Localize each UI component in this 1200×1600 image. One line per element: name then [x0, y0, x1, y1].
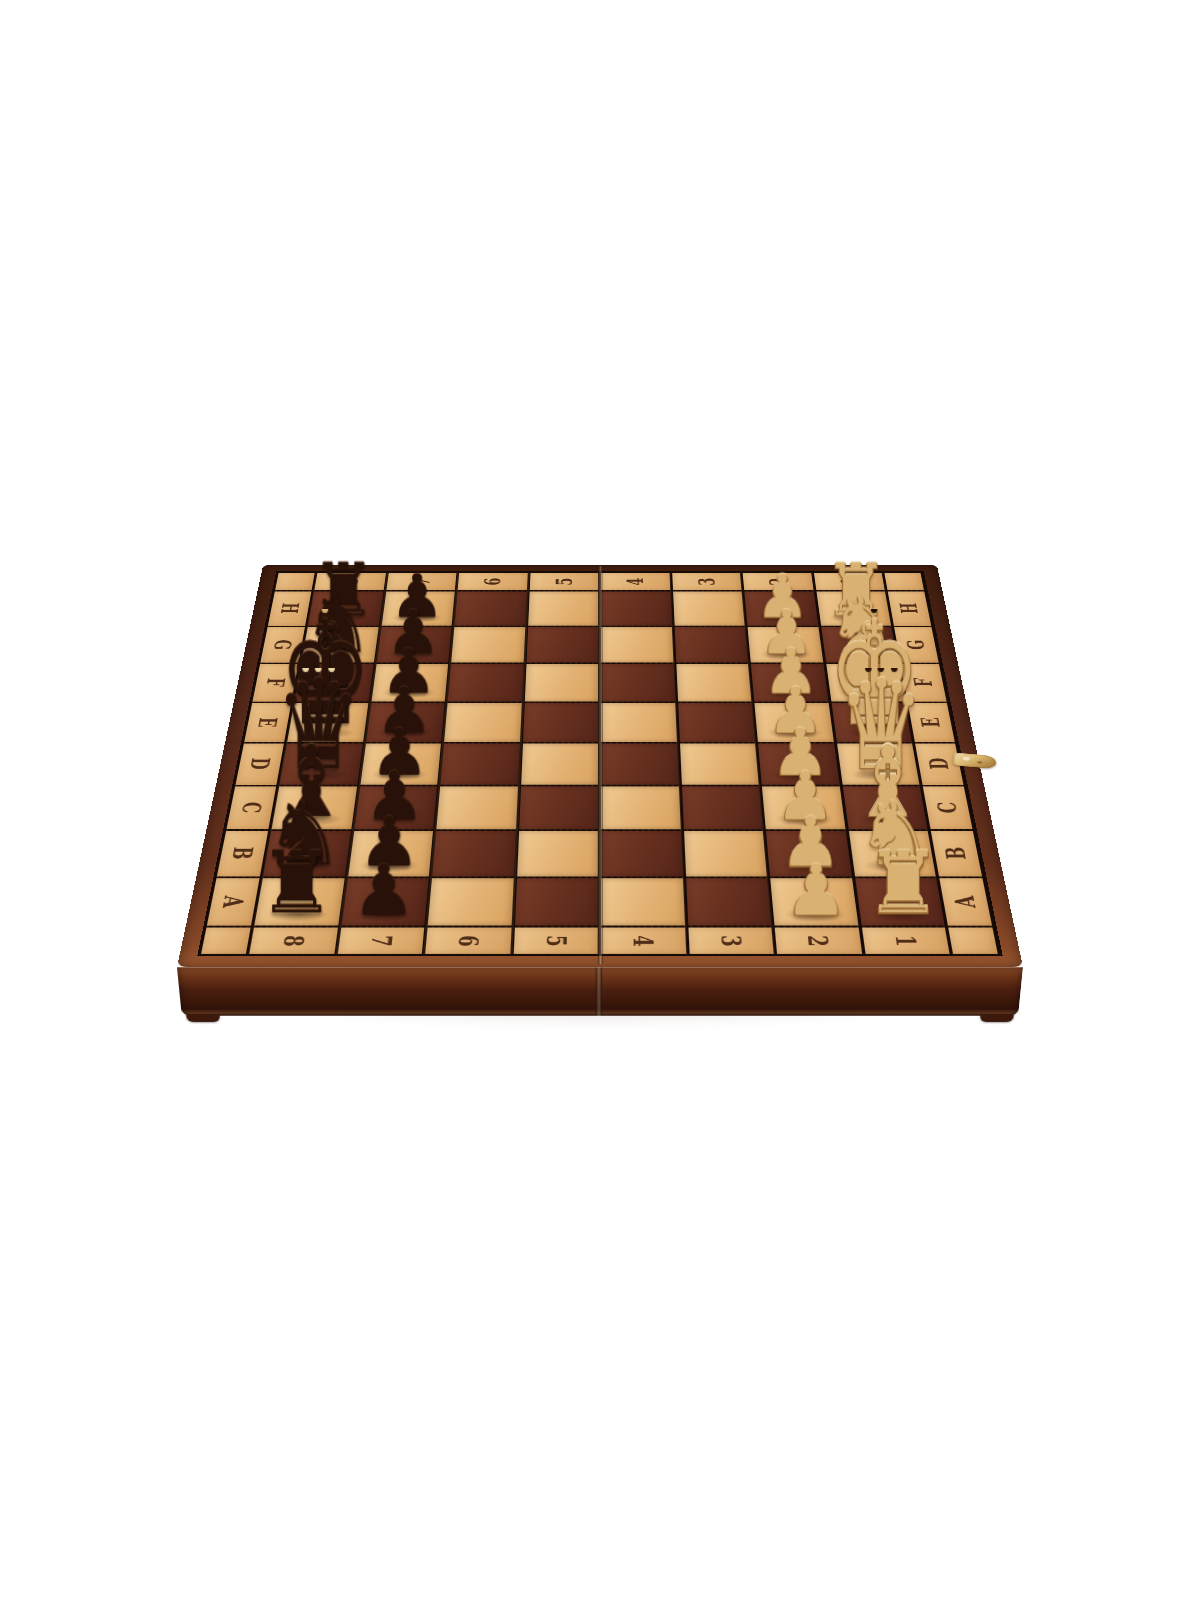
- square-f5[interactable]: [524, 664, 598, 701]
- square-b8[interactable]: ♞: [263, 831, 350, 876]
- piece-base-shadow: [275, 859, 335, 873]
- coordinate-label: H: [275, 603, 304, 614]
- rank-label-near-4: 4: [601, 928, 686, 954]
- square-d7[interactable]: ♟: [360, 744, 441, 785]
- piece-base-shadow: [784, 907, 845, 921]
- piece-base-shadow: [851, 769, 908, 781]
- coordinate-label: 3: [714, 935, 747, 946]
- square-c5[interactable]: [519, 786, 598, 829]
- file-label-right-H: H: [888, 591, 931, 625]
- chess-set-photo: 87654321H♜♟♟♜HG♞♟♟♞GF♝♟♟♝FE♚♟♟♚ED♛♟♟♛DC♝…: [0, 0, 1200, 1600]
- coordinate-label: A: [948, 895, 982, 907]
- rank-label-near-2: 2: [775, 928, 862, 954]
- piece-base-shadow: [771, 769, 828, 781]
- square-g8[interactable]: ♞: [301, 627, 378, 663]
- square-h4[interactable]: [601, 591, 671, 625]
- coordinate-label: H: [895, 603, 924, 614]
- file-label-left-B: B: [217, 831, 268, 876]
- piece-base-shadow: [382, 687, 436, 698]
- square-c1[interactable]: ♝: [842, 786, 927, 829]
- piece-base-shadow: [845, 727, 901, 739]
- square-a2[interactable]: ♟: [770, 878, 858, 926]
- piece-base-shadow: [763, 687, 817, 698]
- square-g1[interactable]: ♞: [821, 627, 898, 663]
- square-c8[interactable]: ♝: [272, 786, 357, 829]
- square-f6[interactable]: [448, 664, 523, 701]
- piece-base-shadow: [759, 649, 812, 660]
- coordinate-label: A: [217, 895, 251, 907]
- piece-base-shadow: [291, 769, 348, 781]
- square-a3[interactable]: [686, 878, 772, 926]
- square-d3[interactable]: [680, 744, 759, 785]
- file-label-right-B: B: [931, 831, 982, 876]
- board-foot-right: [980, 1014, 1014, 1022]
- pawn-glyph: ♟: [364, 766, 424, 828]
- rank-label-near-5: 5: [513, 928, 598, 954]
- rank-label-near-7: 7: [337, 928, 424, 954]
- file-label-right-F: F: [901, 664, 947, 701]
- coordinate-label: 7: [364, 935, 398, 946]
- coordinate-label: E: [253, 717, 284, 727]
- square-c7[interactable]: ♟: [354, 786, 437, 829]
- pawn-glyph: ♟: [775, 766, 835, 828]
- piece-base-shadow: [863, 859, 923, 873]
- square-e7[interactable]: ♟: [366, 703, 445, 742]
- rank-label-far-4: 4: [601, 573, 670, 590]
- corner-cell-far-left: [275, 573, 315, 590]
- square-d5[interactable]: [521, 744, 598, 785]
- piece-base-shadow: [839, 687, 894, 698]
- coordinate-label: C: [931, 802, 963, 813]
- square-e3[interactable]: [678, 703, 755, 742]
- file-label-left-A: A: [207, 878, 260, 926]
- square-h5[interactable]: [528, 591, 598, 625]
- square-e1[interactable]: ♚: [831, 703, 912, 742]
- square-d4[interactable]: [601, 744, 678, 785]
- square-a8[interactable]: ♜: [254, 878, 344, 926]
- coordinate-label: 7: [408, 578, 435, 586]
- square-h8[interactable]: ♜: [308, 591, 383, 625]
- coordinate-label: 8: [336, 578, 364, 586]
- piece-base-shadow: [371, 769, 428, 781]
- chess-scene: 87654321H♜♟♟♜HG♞♟♟♞GF♝♟♟♝FE♚♟♟♚ED♛♟♟♛DC♝…: [0, 0, 1200, 1600]
- square-g6[interactable]: [451, 627, 525, 663]
- rank-label-near-6: 6: [425, 928, 511, 954]
- square-f4[interactable]: [601, 664, 675, 701]
- square-e4[interactable]: [601, 703, 676, 742]
- file-label-left-E: E: [244, 703, 291, 742]
- piece-base-shadow: [365, 813, 423, 826]
- coordinate-label: B: [940, 847, 973, 860]
- piece-base-shadow: [267, 907, 329, 921]
- corner-cell-near-right: [948, 928, 998, 954]
- square-f1[interactable]: ♝: [826, 664, 905, 701]
- square-g2[interactable]: ♟: [748, 627, 823, 663]
- coordinate-label: G: [902, 640, 931, 650]
- coordinate-label: D: [923, 758, 955, 770]
- coordinate-label: F: [909, 678, 939, 687]
- corner-cell-near-left: [201, 928, 251, 954]
- piece-base-shadow: [756, 612, 808, 622]
- square-b3[interactable]: [683, 831, 766, 876]
- piece-black-pawn[interactable]: ♟: [337, 766, 450, 828]
- coordinate-label: B: [226, 847, 259, 860]
- square-h6[interactable]: [454, 591, 526, 625]
- file-label-left-H: H: [268, 591, 311, 625]
- rank-label-far-8: 8: [314, 573, 385, 590]
- square-b7[interactable]: ♟: [348, 831, 433, 876]
- square-c6[interactable]: [436, 786, 517, 829]
- square-e2[interactable]: ♟: [754, 703, 833, 742]
- piece-base-shadow: [387, 649, 440, 660]
- piece-base-shadow: [870, 907, 932, 921]
- square-d2[interactable]: ♟: [758, 744, 839, 785]
- square-g4[interactable]: [601, 627, 673, 663]
- square-g7[interactable]: ♟: [376, 627, 451, 663]
- rank-label-far-6: 6: [458, 573, 528, 590]
- coordinate-label: 6: [452, 935, 485, 946]
- piece-base-shadow: [834, 649, 887, 660]
- square-f7[interactable]: ♟: [371, 664, 448, 701]
- rank-label-near-1: 1: [861, 928, 949, 954]
- coordinate-label: F: [261, 678, 291, 687]
- square-e6[interactable]: [444, 703, 521, 742]
- file-label-left-G: G: [260, 627, 305, 663]
- square-a1[interactable]: ♜: [855, 878, 945, 926]
- coordinate-label: 2: [801, 935, 835, 946]
- square-c3[interactable]: [681, 786, 762, 829]
- square-f8[interactable]: ♝: [294, 664, 373, 701]
- rank-label-far-2: 2: [743, 573, 813, 590]
- coordinate-label: 8: [277, 935, 311, 946]
- file-label-left-F: F: [252, 664, 298, 701]
- piece-base-shadow: [767, 727, 822, 739]
- square-g3[interactable]: [674, 627, 748, 663]
- piece-base-shadow: [829, 612, 881, 622]
- file-label-right-E: E: [908, 703, 955, 742]
- coordinate-label: 1: [888, 935, 922, 946]
- piece-base-shadow: [312, 649, 365, 660]
- coordinate-label: C: [235, 802, 267, 813]
- square-b4[interactable]: [601, 831, 682, 876]
- coordinate-label: D: [244, 758, 276, 770]
- piece-base-shadow: [305, 687, 360, 698]
- square-a4[interactable]: [601, 878, 684, 926]
- piece-base-shadow: [391, 612, 443, 622]
- rank-label-near-3: 3: [688, 928, 774, 954]
- file-label-left-C: C: [226, 786, 276, 829]
- piece-white-pawn[interactable]: ♟: [749, 766, 862, 828]
- square-e5[interactable]: [523, 703, 598, 742]
- rank-label-near-8: 8: [249, 928, 337, 954]
- square-a5[interactable]: [514, 878, 597, 926]
- square-h7[interactable]: ♟: [381, 591, 455, 625]
- rank-label-far-1: 1: [813, 573, 884, 590]
- piece-base-shadow: [353, 907, 414, 921]
- square-d1[interactable]: ♛: [837, 744, 920, 785]
- coordinate-label: 2: [764, 578, 791, 586]
- coordinate-label: 5: [539, 935, 572, 946]
- square-d8[interactable]: ♛: [280, 744, 363, 785]
- piece-base-shadow: [318, 612, 370, 622]
- coordinate-label: E: [916, 717, 947, 727]
- piece-base-shadow: [780, 859, 840, 873]
- board-front-face: [177, 967, 1023, 1016]
- square-g5[interactable]: [526, 627, 598, 663]
- square-e8[interactable]: ♚: [287, 703, 368, 742]
- piece-base-shadow: [298, 727, 354, 739]
- square-b5[interactable]: [517, 831, 598, 876]
- square-b2[interactable]: ♟: [766, 831, 851, 876]
- square-h2[interactable]: ♟: [744, 591, 818, 625]
- coordinate-label: 4: [622, 578, 648, 586]
- square-h3[interactable]: [673, 591, 745, 625]
- square-a7[interactable]: ♟: [341, 878, 429, 926]
- coordinate-label: G: [268, 640, 297, 650]
- file-label-right-A: A: [939, 878, 992, 926]
- chess-board[interactable]: 87654321H♜♟♟♜HG♞♟♟♞GF♝♟♟♝FE♚♟♟♚ED♛♟♟♛DC♝…: [177, 565, 1023, 968]
- coordinate-label: 3: [693, 578, 720, 586]
- square-c4[interactable]: [601, 786, 680, 829]
- front-fold-seam: [595, 967, 602, 1016]
- coordinate-label: 5: [551, 578, 577, 586]
- piece-base-shadow: [775, 813, 833, 826]
- coordinate-label: 4: [627, 935, 660, 946]
- square-f3[interactable]: [676, 664, 751, 701]
- square-f2[interactable]: ♟: [751, 664, 828, 701]
- coordinate-label: 1: [835, 578, 863, 586]
- square-h1[interactable]: ♜: [816, 591, 891, 625]
- coordinate-label: 6: [479, 578, 506, 586]
- square-a6[interactable]: [428, 878, 514, 926]
- piece-base-shadow: [377, 727, 432, 739]
- file-label-right-C: C: [923, 786, 973, 829]
- file-label-right-D: D: [915, 744, 963, 785]
- file-label-left-D: D: [236, 744, 284, 785]
- rank-label-far-7: 7: [386, 573, 456, 590]
- board-foot-left: [186, 1014, 220, 1022]
- file-label-right-G: G: [894, 627, 939, 663]
- square-c2[interactable]: ♟: [762, 786, 845, 829]
- square-b6[interactable]: [432, 831, 515, 876]
- rank-label-far-3: 3: [672, 573, 742, 590]
- board-surface: 87654321H♜♟♟♜HG♞♟♟♞GF♝♟♟♝FE♚♟♟♚ED♛♟♟♛DC♝…: [177, 565, 1023, 968]
- rank-label-far-5: 5: [529, 573, 598, 590]
- piece-base-shadow: [857, 813, 916, 826]
- square-b1[interactable]: ♞: [848, 831, 935, 876]
- piece-base-shadow: [359, 859, 419, 873]
- corner-cell-far-right: [884, 573, 924, 590]
- piece-base-shadow: [283, 813, 342, 826]
- square-d6[interactable]: [440, 744, 519, 785]
